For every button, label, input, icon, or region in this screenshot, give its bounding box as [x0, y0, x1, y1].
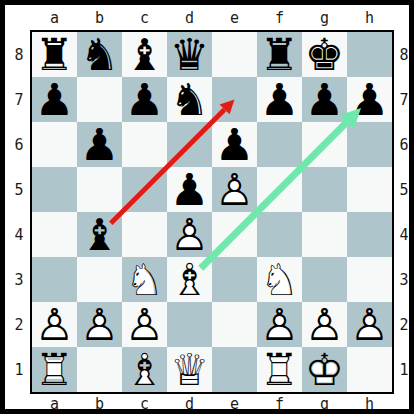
file-labels-top: abcdefgh	[32, 8, 392, 28]
piece-black-pawn[interactable]: ♟︎	[80, 123, 119, 167]
rank-label-3-right: 3	[394, 257, 414, 302]
piece-white-rook[interactable]: ♜♖	[35, 348, 74, 392]
rank-label-7-right: 7	[394, 77, 414, 122]
square-d8[interactable]: ♛	[167, 32, 212, 77]
file-label-g-top: g	[302, 8, 347, 28]
file-label-e-bottom: e	[212, 394, 257, 414]
square-a2[interactable]: ♟︎♙	[32, 302, 77, 347]
square-a5[interactable]	[32, 167, 77, 212]
file-label-e-top: e	[212, 8, 257, 28]
square-f3[interactable]: ♞♘	[257, 257, 302, 302]
square-g4[interactable]	[302, 212, 347, 257]
square-g7[interactable]: ♟︎	[302, 77, 347, 122]
square-c6[interactable]	[122, 122, 167, 167]
square-g6[interactable]	[302, 122, 347, 167]
piece-white-knight[interactable]: ♞♘	[260, 258, 299, 302]
rank-label-5-left: 5	[9, 167, 29, 212]
rank-label-3-left: 3	[9, 257, 29, 302]
piece-white-pawn[interactable]: ♟︎♙	[35, 303, 74, 347]
piece-black-rook[interactable]: ♜	[35, 33, 74, 77]
square-h8[interactable]	[347, 32, 392, 77]
piece-black-king[interactable]: ♚	[305, 33, 344, 77]
square-h6[interactable]	[347, 122, 392, 167]
square-g8[interactable]: ♚	[302, 32, 347, 77]
file-label-d-bottom: d	[167, 394, 212, 414]
rank-label-2-left: 2	[9, 302, 29, 347]
piece-white-king[interactable]: ♚♔	[305, 348, 344, 392]
square-f8[interactable]: ♜	[257, 32, 302, 77]
piece-black-pawn[interactable]: ♟︎	[125, 78, 164, 122]
piece-white-pawn[interactable]: ♟︎♙	[80, 303, 119, 347]
square-g1[interactable]: ♚♔	[302, 347, 347, 392]
square-d4[interactable]: ♟︎♙	[167, 212, 212, 257]
piece-white-pawn[interactable]: ♟︎♙	[125, 303, 164, 347]
piece-black-pawn[interactable]: ♟︎	[215, 123, 254, 167]
file-label-a-bottom: a	[32, 394, 77, 414]
square-a1[interactable]: ♜♖	[32, 347, 77, 392]
square-f4[interactable]	[257, 212, 302, 257]
piece-black-rook[interactable]: ♜	[260, 33, 299, 77]
piece-white-pawn[interactable]: ♟︎♙	[170, 213, 209, 257]
file-label-f-top: f	[257, 8, 302, 28]
chess-diagram: abcdefgh abcdefgh 87654321 87654321 ♜♞♝♛…	[0, 0, 414, 414]
file-label-c-bottom: c	[122, 394, 167, 414]
square-h2[interactable]: ♟︎♙	[347, 302, 392, 347]
square-e1[interactable]	[212, 347, 257, 392]
square-e7[interactable]	[212, 77, 257, 122]
square-e2[interactable]	[212, 302, 257, 347]
piece-white-pawn[interactable]: ♟︎♙	[305, 303, 344, 347]
file-label-d-top: d	[167, 8, 212, 28]
square-e5[interactable]: ♟︎♙	[212, 167, 257, 212]
square-f2[interactable]: ♟︎♙	[257, 302, 302, 347]
square-d2[interactable]	[167, 302, 212, 347]
piece-white-pawn[interactable]: ♟︎♙	[215, 168, 254, 212]
rank-label-4-right: 4	[394, 212, 414, 257]
piece-black-bishop[interactable]: ♝	[125, 33, 164, 77]
square-c5[interactable]	[122, 167, 167, 212]
rank-label-8-left: 8	[9, 32, 29, 77]
piece-black-pawn[interactable]: ♟︎	[305, 78, 344, 122]
rank-label-7-left: 7	[9, 77, 29, 122]
rank-label-6-left: 6	[9, 122, 29, 167]
piece-black-bishop[interactable]: ♝	[80, 213, 119, 257]
square-a6[interactable]	[32, 122, 77, 167]
piece-white-knight[interactable]: ♞♘	[125, 258, 164, 302]
square-c7[interactable]: ♟︎	[122, 77, 167, 122]
square-d3[interactable]: ♝♗	[167, 257, 212, 302]
chess-board: ♜♞♝♛♜♚♟︎♟︎♞♟︎♟︎♟︎♟︎♟︎♟︎♟︎♙♝♟︎♙♞♘♝♗♞♘♟︎♙♟…	[30, 30, 394, 394]
file-label-b-top: b	[77, 8, 122, 28]
file-label-f-bottom: f	[257, 394, 302, 414]
square-e6[interactable]: ♟︎	[212, 122, 257, 167]
piece-black-queen[interactable]: ♛	[170, 33, 209, 77]
square-d5[interactable]: ♟︎	[167, 167, 212, 212]
square-d7[interactable]: ♞	[167, 77, 212, 122]
square-f1[interactable]: ♜♖	[257, 347, 302, 392]
square-e3[interactable]	[212, 257, 257, 302]
file-label-h-bottom: h	[347, 394, 392, 414]
square-h7[interactable]: ♟︎	[347, 77, 392, 122]
square-a7[interactable]: ♟︎	[32, 77, 77, 122]
square-h5[interactable]	[347, 167, 392, 212]
piece-black-knight[interactable]: ♞	[170, 78, 209, 122]
piece-white-pawn[interactable]: ♟︎♙	[350, 303, 389, 347]
square-b8[interactable]: ♞	[77, 32, 122, 77]
rank-labels-right: 87654321	[394, 32, 414, 392]
square-c3[interactable]: ♞♘	[122, 257, 167, 302]
file-labels-bottom: abcdefgh	[32, 394, 392, 414]
piece-white-bishop[interactable]: ♝♗	[170, 258, 209, 302]
rank-label-6-right: 6	[394, 122, 414, 167]
rank-label-5-right: 5	[394, 167, 414, 212]
piece-black-pawn[interactable]: ♟︎	[170, 168, 209, 212]
file-label-a-top: a	[32, 8, 77, 28]
square-b2[interactable]: ♟︎♙	[77, 302, 122, 347]
square-a4[interactable]	[32, 212, 77, 257]
square-d6[interactable]	[167, 122, 212, 167]
square-b4[interactable]: ♝	[77, 212, 122, 257]
square-e4[interactable]	[212, 212, 257, 257]
square-a3[interactable]	[32, 257, 77, 302]
square-f5[interactable]	[257, 167, 302, 212]
square-b6[interactable]: ♟︎	[77, 122, 122, 167]
square-h4[interactable]	[347, 212, 392, 257]
piece-black-pawn[interactable]: ♟︎	[350, 78, 389, 122]
square-b1[interactable]	[77, 347, 122, 392]
square-b7[interactable]	[77, 77, 122, 122]
file-label-c-top: c	[122, 8, 167, 28]
square-b5[interactable]	[77, 167, 122, 212]
piece-white-pawn[interactable]: ♟︎♙	[260, 303, 299, 347]
piece-white-rook[interactable]: ♜♖	[260, 348, 299, 392]
square-g5[interactable]	[302, 167, 347, 212]
square-c8[interactable]: ♝	[122, 32, 167, 77]
piece-black-pawn[interactable]: ♟︎	[260, 78, 299, 122]
square-f7[interactable]: ♟︎	[257, 77, 302, 122]
file-label-h-top: h	[347, 8, 392, 28]
square-g2[interactable]: ♟︎♙	[302, 302, 347, 347]
square-c2[interactable]: ♟︎♙	[122, 302, 167, 347]
rank-label-2-right: 2	[394, 302, 414, 347]
square-f6[interactable]	[257, 122, 302, 167]
square-e8[interactable]	[212, 32, 257, 77]
square-d1[interactable]: ♛♕	[167, 347, 212, 392]
piece-black-pawn[interactable]: ♟︎	[35, 78, 74, 122]
square-h3[interactable]	[347, 257, 392, 302]
rank-label-8-right: 8	[394, 32, 414, 77]
rank-labels-left: 87654321	[9, 32, 29, 392]
square-g3[interactable]	[302, 257, 347, 302]
square-c1[interactable]: ♝♗	[122, 347, 167, 392]
file-label-b-bottom: b	[77, 394, 122, 414]
square-a8[interactable]: ♜	[32, 32, 77, 77]
piece-black-knight[interactable]: ♞	[80, 33, 119, 77]
piece-white-bishop[interactable]: ♝♗	[125, 348, 164, 392]
square-b3[interactable]	[77, 257, 122, 302]
rank-label-1-left: 1	[9, 347, 29, 392]
rank-label-1-right: 1	[394, 347, 414, 392]
square-h1[interactable]	[347, 347, 392, 392]
square-c4[interactable]	[122, 212, 167, 257]
file-label-g-bottom: g	[302, 394, 347, 414]
rank-label-4-left: 4	[9, 212, 29, 257]
piece-white-queen[interactable]: ♛♕	[170, 348, 209, 392]
